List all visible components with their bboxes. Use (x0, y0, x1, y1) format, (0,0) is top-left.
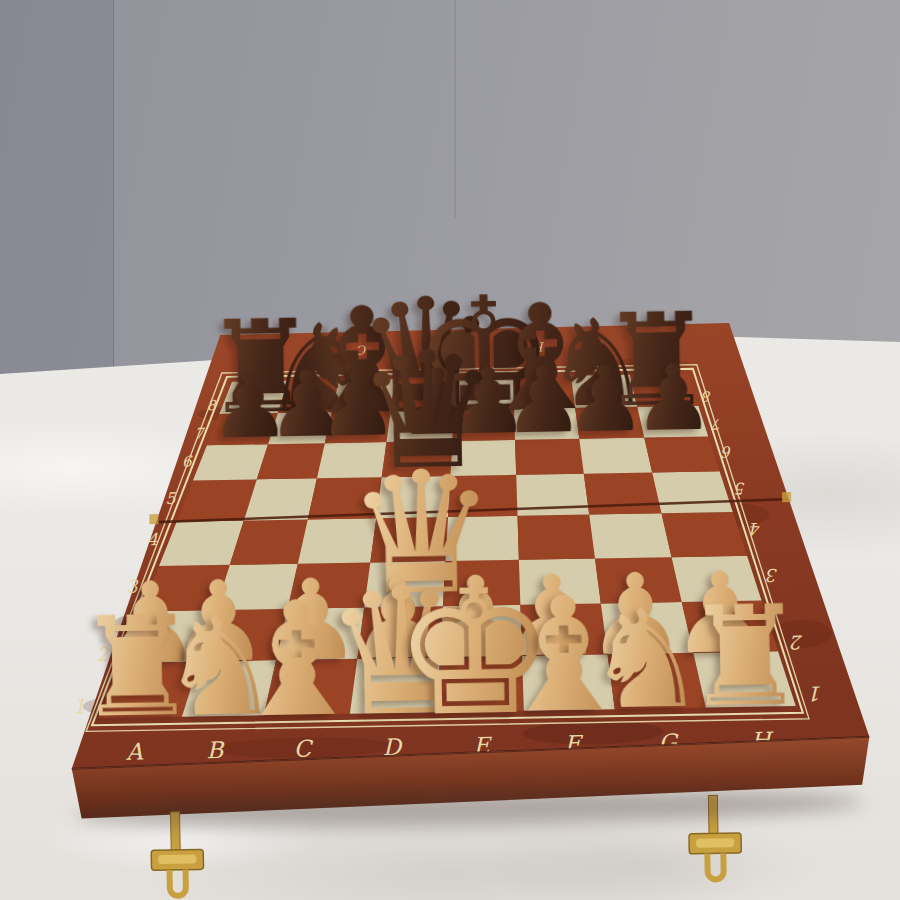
file-label-back-b: B (310, 343, 320, 358)
file-label-front-c: C (293, 735, 313, 761)
fold-hinge-right (782, 492, 791, 502)
file-label-front-b: B (206, 737, 225, 763)
file-label-back-g: G (593, 338, 604, 353)
file-label-back-c: C (356, 342, 367, 357)
scene: AABBCCDDEEFFGGHH1122334455667788 ♜♞♝♛♚♝♞… (0, 0, 900, 900)
rank-label-left-8: 8 (207, 397, 217, 413)
rank-label-left-2: 2 (96, 643, 109, 665)
fold-hinge-left (149, 514, 158, 524)
rank-label-right-4: 4 (750, 519, 761, 538)
rank-label-left-4: 4 (147, 530, 158, 549)
file-label-front-a: A (125, 738, 144, 764)
chessboard: AABBCCDDEEFFGGHH1122334455667788 (0, 0, 900, 900)
file-label-back-d: D (420, 341, 431, 356)
board-scene: AABBCCDDEEFFGGHH1122334455667788 ♜♞♝♛♚♝♞… (0, 0, 900, 900)
rank-label-left-6: 6 (182, 452, 193, 470)
rank-label-right-8: 8 (701, 389, 711, 405)
rank-label-right-5: 5 (735, 479, 746, 498)
rank-label-right-1: 1 (810, 682, 823, 706)
rank-label-left-5: 5 (165, 489, 176, 508)
rank-label-right-6: 6 (721, 442, 732, 460)
rank-label-left-1: 1 (73, 694, 86, 718)
file-label-back-a: A (255, 344, 266, 359)
rank-label-right-2: 2 (790, 632, 803, 654)
